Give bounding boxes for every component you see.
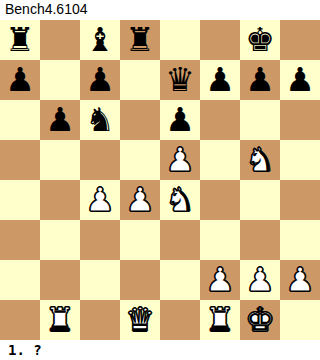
square-c3[interactable] [80,220,120,260]
square-c7[interactable]: ♟ [80,60,120,100]
piece-black-bishop: ♝ [80,20,120,60]
square-g7[interactable]: ♟ [240,60,280,100]
square-a3[interactable] [0,220,40,260]
square-c8[interactable]: ♝ [80,20,120,60]
piece-black-pawn: ♟ [0,60,40,100]
piece-black-knight: ♞ [80,100,120,140]
square-h8[interactable] [280,20,320,60]
square-g1[interactable]: ♚ [240,300,280,340]
square-a1[interactable] [0,300,40,340]
piece-black-pawn: ♟ [80,60,120,100]
square-c4[interactable]: ♟ [80,180,120,220]
square-a8[interactable]: ♜ [0,20,40,60]
square-e5[interactable]: ♟ [160,140,200,180]
square-b5[interactable] [40,140,80,180]
square-f5[interactable] [200,140,240,180]
piece-white-pawn: ♟ [240,260,280,300]
square-h4[interactable] [280,180,320,220]
square-h7[interactable]: ♟ [280,60,320,100]
square-b1[interactable]: ♜ [40,300,80,340]
square-f7[interactable]: ♟ [200,60,240,100]
square-f6[interactable] [200,100,240,140]
move-prompt: 1. ? [0,340,320,360]
square-f1[interactable]: ♜ [200,300,240,340]
square-a7[interactable]: ♟ [0,60,40,100]
square-d5[interactable] [120,140,160,180]
square-h3[interactable] [280,220,320,260]
square-f8[interactable] [200,20,240,60]
square-a6[interactable] [0,100,40,140]
square-b3[interactable] [40,220,80,260]
square-g5[interactable]: ♞ [240,140,280,180]
piece-white-pawn: ♟ [80,180,120,220]
square-e7[interactable]: ♛ [160,60,200,100]
square-b4[interactable] [40,180,80,220]
square-a4[interactable] [0,180,40,220]
square-e2[interactable] [160,260,200,300]
square-b7[interactable] [40,60,80,100]
square-d2[interactable] [120,260,160,300]
square-d8[interactable]: ♜ [120,20,160,60]
piece-black-pawn: ♟ [200,60,240,100]
piece-white-queen: ♛ [120,300,160,340]
square-d7[interactable] [120,60,160,100]
piece-black-rook: ♜ [0,20,40,60]
square-h6[interactable] [280,100,320,140]
chess-app-window: Bench4.6104 ♜♝♜♚♟♟♛♟♟♟♟♞♟♟♞♟♟♞♟♟♟♜♛♜♚ 1.… [0,0,320,360]
piece-black-pawn: ♟ [240,60,280,100]
square-g2[interactable]: ♟ [240,260,280,300]
square-g3[interactable] [240,220,280,260]
square-h1[interactable] [280,300,320,340]
square-b6[interactable]: ♟ [40,100,80,140]
piece-black-pawn: ♟ [160,100,200,140]
piece-white-king: ♚ [240,300,280,340]
square-f2[interactable]: ♟ [200,260,240,300]
square-e6[interactable]: ♟ [160,100,200,140]
piece-black-pawn: ♟ [40,100,80,140]
piece-white-pawn: ♟ [280,260,320,300]
piece-black-queen: ♛ [160,60,200,100]
square-d3[interactable] [120,220,160,260]
piece-white-pawn: ♟ [120,180,160,220]
square-g4[interactable] [240,180,280,220]
square-a2[interactable] [0,260,40,300]
square-h2[interactable]: ♟ [280,260,320,300]
square-c6[interactable]: ♞ [80,100,120,140]
square-g8[interactable]: ♚ [240,20,280,60]
piece-black-king: ♚ [240,20,280,60]
square-h5[interactable] [280,140,320,180]
chess-board: ♜♝♜♚♟♟♛♟♟♟♟♞♟♟♞♟♟♞♟♟♟♜♛♜♚ [0,20,320,340]
square-f3[interactable] [200,220,240,260]
piece-white-rook: ♜ [200,300,240,340]
square-d6[interactable] [120,100,160,140]
square-d1[interactable]: ♛ [120,300,160,340]
piece-black-rook: ♜ [120,20,160,60]
square-e4[interactable]: ♞ [160,180,200,220]
square-d4[interactable]: ♟ [120,180,160,220]
square-e8[interactable] [160,20,200,60]
square-g6[interactable] [240,100,280,140]
piece-white-pawn: ♟ [160,140,200,180]
window-title: Bench4.6104 [0,0,320,20]
piece-white-knight: ♞ [160,180,200,220]
square-e1[interactable] [160,300,200,340]
square-f4[interactable] [200,180,240,220]
piece-white-pawn: ♟ [200,260,240,300]
square-c1[interactable] [80,300,120,340]
piece-white-rook: ♜ [40,300,80,340]
square-b2[interactable] [40,260,80,300]
piece-black-pawn: ♟ [280,60,320,100]
piece-white-knight: ♞ [240,140,280,180]
square-b8[interactable] [40,20,80,60]
square-c5[interactable] [80,140,120,180]
square-c2[interactable] [80,260,120,300]
square-a5[interactable] [0,140,40,180]
square-e3[interactable] [160,220,200,260]
